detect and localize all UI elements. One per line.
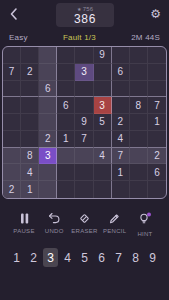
cell-r8c5[interactable]: [75, 164, 93, 181]
cell-r3c9[interactable]: [148, 81, 166, 98]
hint-button[interactable]: HINT: [131, 212, 159, 237]
cell-r9c7[interactable]: [112, 181, 130, 198]
status-bar: Easy Fault 1/3 2M 44S: [0, 30, 169, 45]
cell-r7c9[interactable]: 2: [148, 148, 166, 165]
cell-r7c6[interactable]: 4: [94, 148, 112, 165]
cell-r1c7[interactable]: [112, 47, 130, 64]
cell-r1c3[interactable]: [39, 47, 57, 64]
lightbulb-icon: [138, 212, 152, 225]
pause-label: PAUSE: [13, 228, 34, 234]
pencil-icon: [108, 212, 121, 225]
timer: 2M 44S: [131, 33, 160, 42]
cell-r4c4[interactable]: 6: [57, 97, 75, 114]
cell-r4c6[interactable]: 3: [94, 97, 112, 114]
cell-r6c6[interactable]: [94, 131, 112, 148]
cell-r2c2[interactable]: 2: [21, 64, 39, 81]
cell-r6c8[interactable]: [130, 131, 148, 148]
cell-r7c5[interactable]: [75, 148, 93, 165]
cell-r9c9[interactable]: [148, 181, 166, 198]
cell-r3c3[interactable]: 6: [39, 81, 57, 98]
cell-r3c2[interactable]: [21, 81, 39, 98]
cell-r5c5[interactable]: 9: [75, 114, 93, 131]
undo-label: UNDO: [45, 228, 64, 234]
eraser-label: ERASER: [71, 228, 97, 234]
numpad-5[interactable]: 5: [77, 248, 92, 267]
best-score-icon: ★: [77, 6, 82, 12]
cell-r9c1[interactable]: 2: [3, 181, 21, 198]
cell-r2c7[interactable]: 6: [112, 64, 130, 81]
difficulty-label: Easy: [9, 33, 28, 42]
cell-r1c8[interactable]: [130, 47, 148, 64]
cell-r3c7[interactable]: [112, 81, 130, 98]
numpad-3[interactable]: 3: [43, 248, 58, 267]
cell-r8c9[interactable]: 6: [148, 164, 166, 181]
cell-r4c2[interactable]: [21, 97, 39, 114]
cell-r2c3[interactable]: [39, 64, 57, 81]
pause-button[interactable]: PAUSE: [10, 212, 38, 237]
cell-r4c9[interactable]: 7: [148, 97, 166, 114]
pause-icon: [18, 212, 31, 225]
cell-r7c8[interactable]: [130, 148, 148, 165]
numpad-8[interactable]: 8: [128, 248, 143, 267]
hint-label: HINT: [137, 231, 152, 237]
cell-r3c4[interactable]: [57, 81, 75, 98]
cell-r5c3[interactable]: [39, 114, 57, 131]
cell-r5c8[interactable]: [130, 114, 148, 131]
cell-r5c6[interactable]: 5: [94, 114, 112, 131]
current-score: 386: [74, 13, 96, 25]
cell-r1c2[interactable]: [21, 47, 39, 64]
cell-r8c1[interactable]: [3, 164, 21, 181]
cell-r8c2[interactable]: 4: [21, 164, 39, 181]
cell-r5c9[interactable]: 1: [148, 114, 166, 131]
cell-r3c1[interactable]: [3, 81, 21, 98]
cell-r2c1[interactable]: 7: [3, 64, 21, 81]
back-button[interactable]: [8, 3, 20, 25]
cell-r8c3[interactable]: [39, 164, 57, 181]
cell-r6c3[interactable]: 2: [39, 131, 57, 148]
pencil-button[interactable]: PENCIL: [101, 212, 129, 237]
eraser-icon: [78, 212, 91, 225]
cell-r2c9[interactable]: [148, 64, 166, 81]
cell-r2c6[interactable]: [94, 64, 112, 81]
cell-r4c5[interactable]: [75, 97, 93, 114]
cell-r9c4[interactable]: [57, 181, 75, 198]
cell-r9c5[interactable]: [75, 181, 93, 198]
cell-r1c5[interactable]: [75, 47, 93, 64]
best-score: ★756: [77, 6, 93, 12]
cell-r6c1[interactable]: [3, 131, 21, 148]
cell-r1c1[interactable]: [3, 47, 21, 64]
cell-r2c4[interactable]: [57, 64, 75, 81]
cell-r1c4[interactable]: [57, 47, 75, 64]
cell-r7c7[interactable]: 7: [112, 148, 130, 165]
cell-r4c3[interactable]: [39, 97, 57, 114]
settings-button[interactable]: ⚙: [150, 3, 161, 25]
cell-r2c8[interactable]: [130, 64, 148, 81]
sudoku-app: ★756 386 ⚙ Easy Fault 1/3 2M 44S 9723666…: [0, 0, 169, 300]
numpad: 123456789: [0, 248, 169, 267]
sudoku-board: 9723666387952121748347241621: [2, 46, 167, 199]
numpad-6[interactable]: 6: [94, 248, 109, 267]
fault-counter: Fault 1/3: [63, 33, 96, 42]
cell-r6c7[interactable]: 4: [112, 131, 130, 148]
cell-r6c5[interactable]: 7: [75, 131, 93, 148]
cell-r3c6[interactable]: [94, 81, 112, 98]
numpad-7[interactable]: 7: [111, 248, 126, 267]
cell-r4c8[interactable]: 8: [130, 97, 148, 114]
cell-r9c3[interactable]: [39, 181, 57, 198]
undo-icon: [48, 212, 61, 225]
cell-r4c1[interactable]: [3, 97, 21, 114]
numpad-2[interactable]: 2: [26, 248, 41, 267]
cell-r2c5[interactable]: 3: [75, 64, 93, 81]
cell-r8c8[interactable]: [130, 164, 148, 181]
cell-r9c6[interactable]: [94, 181, 112, 198]
cell-r5c1[interactable]: [3, 114, 21, 131]
cell-r5c7[interactable]: 2: [112, 114, 130, 131]
cell-r7c4[interactable]: [57, 148, 75, 165]
cell-r8c6[interactable]: [94, 164, 112, 181]
numpad-4[interactable]: 4: [60, 248, 75, 267]
pencil-label: PENCIL: [103, 228, 126, 234]
hint-badge: [147, 212, 151, 216]
cell-r7c2[interactable]: 8: [21, 148, 39, 165]
cell-r6c4[interactable]: 1: [57, 131, 75, 148]
cell-r8c4[interactable]: [57, 164, 75, 181]
cell-r1c6[interactable]: 9: [94, 47, 112, 64]
eraser-button[interactable]: ERASER: [71, 212, 99, 237]
cell-r9c8[interactable]: [130, 181, 148, 198]
cell-r6c9[interactable]: [148, 131, 166, 148]
cell-r5c2[interactable]: [21, 114, 39, 131]
cell-r7c1[interactable]: [3, 148, 21, 165]
cell-r3c8[interactable]: [130, 81, 148, 98]
gear-icon: ⚙: [150, 8, 161, 20]
cell-r8c7[interactable]: 1: [112, 164, 130, 181]
undo-button[interactable]: UNDO: [40, 212, 68, 237]
cell-r5c4[interactable]: [57, 114, 75, 131]
best-score-value: 756: [83, 6, 94, 12]
numpad-9[interactable]: 9: [145, 248, 160, 267]
cell-r6c2[interactable]: [21, 131, 39, 148]
cell-r7c3[interactable]: 3: [39, 148, 57, 165]
toolbar: PAUSE UNDO ERASER PENCIL: [0, 212, 169, 237]
cell-r9c2[interactable]: 1: [21, 181, 39, 198]
numpad-1[interactable]: 1: [9, 248, 24, 267]
header: ★756 386 ⚙: [0, 0, 169, 30]
chevron-left-icon: [8, 7, 20, 21]
cell-r4c7[interactable]: [112, 97, 130, 114]
cell-r3c5[interactable]: [75, 81, 93, 98]
cell-r1c9[interactable]: [148, 47, 166, 64]
score-pill: ★756 386: [56, 3, 114, 27]
